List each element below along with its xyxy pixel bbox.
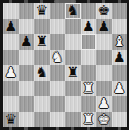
square-a2[interactable] [3, 96, 19, 112]
piece-white-rook: ♜ [82, 112, 95, 128]
piece-black-rook: ♜ [66, 65, 79, 81]
square-f3[interactable]: ♜ [81, 81, 97, 97]
square-h3[interactable]: ♟ [112, 81, 128, 97]
square-b4[interactable] [19, 65, 35, 81]
square-h5[interactable]: ♟ [112, 50, 128, 66]
square-h1[interactable] [112, 112, 128, 128]
square-c5[interactable] [34, 50, 50, 66]
square-g7[interactable]: ♟ [96, 19, 112, 35]
square-c4[interactable]: ♞ [34, 65, 50, 81]
square-h6[interactable]: ♝ [112, 34, 128, 50]
square-f5[interactable] [81, 50, 97, 66]
square-a5[interactable] [3, 50, 19, 66]
piece-black-pawn: ♟ [97, 19, 110, 35]
piece-black-queen: ♛ [4, 112, 17, 128]
square-b2[interactable] [19, 96, 35, 112]
square-h2[interactable] [112, 96, 128, 112]
piece-black-pawn: ♟ [4, 19, 17, 35]
square-a6[interactable] [3, 34, 19, 50]
square-d5[interactable]: ♞ [50, 50, 66, 66]
piece-black-knight: ♞ [35, 65, 48, 81]
chess-board: ♛♞♚♟♟♟♟♜♝♞♟♟♞♜♜♟♟♛♜♚ [3, 3, 127, 127]
square-e2[interactable] [65, 96, 81, 112]
square-g4[interactable] [96, 65, 112, 81]
piece-white-pawn: ♟ [97, 96, 110, 112]
square-e3[interactable] [65, 81, 81, 97]
piece-white-rook: ♜ [82, 81, 95, 97]
piece-black-knight: ♞ [66, 3, 79, 19]
square-a4[interactable]: ♟ [3, 65, 19, 81]
square-c1[interactable] [34, 112, 50, 128]
piece-white-bishop: ♝ [113, 34, 126, 50]
square-f4[interactable] [81, 65, 97, 81]
square-a1[interactable]: ♛ [3, 112, 19, 128]
piece-black-king: ♚ [97, 3, 110, 19]
square-b7[interactable] [19, 19, 35, 35]
square-e4[interactable]: ♜ [65, 65, 81, 81]
square-d7[interactable] [50, 19, 66, 35]
square-g2[interactable]: ♟ [96, 96, 112, 112]
square-a7[interactable]: ♟ [3, 19, 19, 35]
piece-white-pawn: ♟ [113, 81, 126, 97]
square-e7[interactable] [65, 19, 81, 35]
square-e1[interactable] [65, 112, 81, 128]
square-g3[interactable] [96, 81, 112, 97]
square-c6[interactable]: ♜ [34, 34, 50, 50]
square-h4[interactable] [112, 65, 128, 81]
piece-white-knight: ♞ [51, 50, 64, 66]
square-g5[interactable] [96, 50, 112, 66]
square-b5[interactable] [19, 50, 35, 66]
square-g1[interactable]: ♚ [96, 112, 112, 128]
square-e6[interactable] [65, 34, 81, 50]
piece-black-rook: ♜ [35, 34, 48, 50]
square-d1[interactable] [50, 112, 66, 128]
square-h7[interactable] [112, 19, 128, 35]
square-f2[interactable] [81, 96, 97, 112]
square-d3[interactable] [50, 81, 66, 97]
square-f8[interactable] [81, 3, 97, 19]
square-f6[interactable] [81, 34, 97, 50]
piece-white-king: ♚ [97, 112, 110, 128]
square-b3[interactable] [19, 81, 35, 97]
square-g8[interactable]: ♚ [96, 3, 112, 19]
square-g6[interactable] [96, 34, 112, 50]
square-c2[interactable] [34, 96, 50, 112]
square-c3[interactable] [34, 81, 50, 97]
square-e8[interactable]: ♞ [65, 3, 81, 19]
piece-black-pawn: ♟ [82, 19, 95, 35]
square-d4[interactable] [50, 65, 66, 81]
square-h8[interactable] [112, 3, 128, 19]
square-e5[interactable] [65, 50, 81, 66]
square-f1[interactable]: ♜ [81, 112, 97, 128]
piece-black-pawn: ♟ [113, 50, 126, 66]
square-a3[interactable] [3, 81, 19, 97]
piece-black-pawn: ♟ [20, 34, 33, 50]
square-c7[interactable] [34, 19, 50, 35]
bottom-border-tick-marks [3, 127, 127, 130]
square-b1[interactable] [19, 112, 35, 128]
square-b8[interactable] [19, 3, 35, 19]
piece-black-queen: ♛ [35, 3, 48, 19]
square-d2[interactable] [50, 96, 66, 112]
square-b6[interactable]: ♟ [19, 34, 35, 50]
square-a8[interactable] [3, 3, 19, 19]
chess-board-frame: ♛♞♚♟♟♟♟♜♝♞♟♟♞♜♜♟♟♛♜♚ [0, 0, 129, 130]
square-d6[interactable] [50, 34, 66, 50]
square-d8[interactable] [50, 3, 66, 19]
square-c8[interactable]: ♛ [34, 3, 50, 19]
piece-white-pawn: ♟ [4, 65, 17, 81]
square-f7[interactable]: ♟ [81, 19, 97, 35]
